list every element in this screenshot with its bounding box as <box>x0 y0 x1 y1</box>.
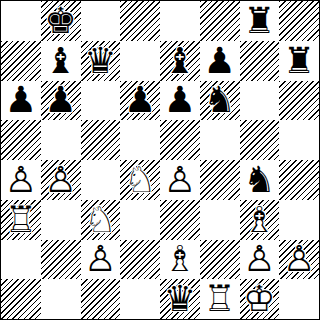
square-a3[interactable]: ♜♖ <box>1 200 41 240</box>
piece-glyph: ♙ <box>164 162 196 198</box>
piece-wP-h2: ♟♙ <box>279 240 319 280</box>
piece-glyph: ♞ <box>203 82 235 118</box>
square-e1[interactable]: ♛♛ <box>160 279 200 319</box>
piece-wK-g1: ♚♔ <box>240 279 280 319</box>
square-a7[interactable] <box>1 41 41 81</box>
square-c4[interactable] <box>81 160 121 200</box>
square-c8[interactable] <box>81 1 121 41</box>
piece-bQ-e1: ♛♛ <box>160 279 200 319</box>
piece-glyph: ♗ <box>164 241 196 277</box>
square-b6[interactable]: ♟♟ <box>41 81 81 121</box>
piece-wR-a3: ♜♖ <box>1 200 41 240</box>
square-d5[interactable] <box>120 120 160 160</box>
piece-bN-f6: ♞♞ <box>200 81 240 121</box>
square-c2[interactable]: ♟♙ <box>81 240 121 280</box>
square-h5[interactable] <box>279 120 319 160</box>
piece-wB-g3: ♝♗ <box>240 200 280 240</box>
square-h2[interactable]: ♟♙ <box>279 240 319 280</box>
square-g4[interactable]: ♞♞ <box>240 160 280 200</box>
piece-glyph: ♜ <box>283 43 315 79</box>
square-a6[interactable]: ♟♟ <box>1 81 41 121</box>
piece-glyph: ♝ <box>44 43 76 79</box>
piece-glyph: ♝ <box>164 43 196 79</box>
piece-bQ-c7: ♛♛ <box>81 41 121 81</box>
chess-board: ♚♚♜♜♝♝♛♛♝♝♟♟♜♜♟♟♟♟♟♟♟♟♞♞♟♙♟♙♞♘♟♙♞♞♜♖♞♘♝♗… <box>0 0 320 320</box>
piece-bB-b7: ♝♝ <box>41 41 81 81</box>
piece-glyph: ♚ <box>44 3 76 39</box>
square-h8[interactable] <box>279 1 319 41</box>
piece-glyph: ♙ <box>84 241 116 277</box>
square-d6[interactable]: ♟♟ <box>120 81 160 121</box>
piece-glyph: ♛ <box>84 43 116 79</box>
square-a4[interactable]: ♟♙ <box>1 160 41 200</box>
square-g5[interactable] <box>240 120 280 160</box>
square-h1[interactable] <box>279 279 319 319</box>
square-g8[interactable]: ♜♜ <box>240 1 280 41</box>
piece-glyph: ♗ <box>243 202 275 238</box>
square-c3[interactable]: ♞♘ <box>81 200 121 240</box>
piece-bP-f7: ♟♟ <box>200 41 240 81</box>
piece-glyph: ♙ <box>44 162 76 198</box>
piece-bR-g8: ♜♜ <box>240 1 280 41</box>
piece-glyph: ♟ <box>5 82 37 118</box>
square-g7[interactable] <box>240 41 280 81</box>
piece-bN-g4: ♞♞ <box>240 160 280 200</box>
piece-glyph: ♔ <box>243 281 275 317</box>
square-f6[interactable]: ♞♞ <box>200 81 240 121</box>
piece-wN-d4: ♞♘ <box>120 160 160 200</box>
piece-glyph: ♟ <box>124 82 156 118</box>
square-h6[interactable] <box>279 81 319 121</box>
square-e5[interactable] <box>160 120 200 160</box>
square-b8[interactable]: ♚♚ <box>41 1 81 41</box>
square-e8[interactable] <box>160 1 200 41</box>
piece-glyph: ♟ <box>44 82 76 118</box>
piece-glyph: ♟ <box>164 82 196 118</box>
square-a1[interactable] <box>1 279 41 319</box>
square-d1[interactable] <box>120 279 160 319</box>
piece-glyph: ♖ <box>203 281 235 317</box>
square-d7[interactable] <box>120 41 160 81</box>
piece-glyph: ♖ <box>5 202 37 238</box>
square-a2[interactable] <box>1 240 41 280</box>
square-e4[interactable]: ♟♙ <box>160 160 200 200</box>
piece-glyph: ♙ <box>5 162 37 198</box>
piece-glyph: ♙ <box>243 241 275 277</box>
square-b4[interactable]: ♟♙ <box>41 160 81 200</box>
piece-wR-f1: ♜♖ <box>200 279 240 319</box>
square-g1[interactable]: ♚♔ <box>240 279 280 319</box>
square-f1[interactable]: ♜♖ <box>200 279 240 319</box>
square-f7[interactable]: ♟♟ <box>200 41 240 81</box>
square-c1[interactable] <box>81 279 121 319</box>
piece-bB-e7: ♝♝ <box>160 41 200 81</box>
square-b7[interactable]: ♝♝ <box>41 41 81 81</box>
square-h7[interactable]: ♜♜ <box>279 41 319 81</box>
square-e7[interactable]: ♝♝ <box>160 41 200 81</box>
square-e2[interactable]: ♝♗ <box>160 240 200 280</box>
square-f5[interactable] <box>200 120 240 160</box>
square-f3[interactable] <box>200 200 240 240</box>
piece-wB-e2: ♝♗ <box>160 240 200 280</box>
piece-bP-a6: ♟♟ <box>1 81 41 121</box>
square-f8[interactable] <box>200 1 240 41</box>
square-b3[interactable] <box>41 200 81 240</box>
piece-bP-d6: ♟♟ <box>120 81 160 121</box>
piece-wP-b4: ♟♙ <box>41 160 81 200</box>
piece-glyph: ♘ <box>124 162 156 198</box>
square-b1[interactable] <box>41 279 81 319</box>
square-g2[interactable]: ♟♙ <box>240 240 280 280</box>
piece-bK-b8: ♚♚ <box>41 1 81 41</box>
piece-wP-g2: ♟♙ <box>240 240 280 280</box>
piece-glyph: ♙ <box>283 241 315 277</box>
piece-glyph: ♛ <box>164 281 196 317</box>
piece-glyph: ♜ <box>243 3 275 39</box>
square-c5[interactable] <box>81 120 121 160</box>
piece-wN-c3: ♞♘ <box>81 200 121 240</box>
square-g6[interactable] <box>240 81 280 121</box>
square-g3[interactable]: ♝♗ <box>240 200 280 240</box>
square-h4[interactable] <box>279 160 319 200</box>
square-a8[interactable] <box>1 1 41 41</box>
piece-bP-b6: ♟♟ <box>41 81 81 121</box>
chess-board-wrap: ♚♚♜♜♝♝♛♛♝♝♟♟♜♜♟♟♟♟♟♟♟♟♞♞♟♙♟♙♞♘♟♙♞♞♜♖♞♘♝♗… <box>0 0 320 320</box>
piece-bP-e6: ♟♟ <box>160 81 200 121</box>
square-f2[interactable] <box>200 240 240 280</box>
square-d8[interactable] <box>120 1 160 41</box>
square-h3[interactable] <box>279 200 319 240</box>
square-c6[interactable] <box>81 81 121 121</box>
square-a5[interactable] <box>1 120 41 160</box>
piece-bR-h7: ♜♜ <box>279 41 319 81</box>
square-d4[interactable]: ♞♘ <box>120 160 160 200</box>
piece-glyph: ♘ <box>84 202 116 238</box>
square-e6[interactable]: ♟♟ <box>160 81 200 121</box>
square-d2[interactable] <box>120 240 160 280</box>
square-e3[interactable] <box>160 200 200 240</box>
square-c7[interactable]: ♛♛ <box>81 41 121 81</box>
piece-wP-a4: ♟♙ <box>1 160 41 200</box>
piece-glyph: ♞ <box>243 162 275 198</box>
square-d3[interactable] <box>120 200 160 240</box>
piece-wP-e4: ♟♙ <box>160 160 200 200</box>
piece-glyph: ♟ <box>203 43 235 79</box>
square-f4[interactable] <box>200 160 240 200</box>
piece-wP-c2: ♟♙ <box>81 240 121 280</box>
square-b2[interactable] <box>41 240 81 280</box>
square-b5[interactable] <box>41 120 81 160</box>
